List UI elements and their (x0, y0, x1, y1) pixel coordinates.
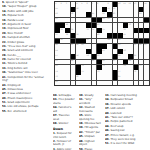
bottom-column-across-end-and-down: 60. Schnapps63. Free powder stains64. Fa… (53, 94, 76, 150)
white-cell (128, 39, 133, 44)
white-cell: 32 (71, 28, 76, 33)
cell-number: 15 (55, 7, 57, 9)
clue-text: Utopian (85, 135, 95, 138)
cell-number: 46 (55, 44, 57, 46)
white-cell (86, 7, 91, 12)
black-cell (92, 18, 97, 23)
cell-number: 57 (55, 54, 57, 56)
clue-item: 39. FBI agents (79, 126, 102, 130)
white-cell: 56 (123, 49, 128, 54)
clue-item: 1. Request for chili lunch (53, 132, 76, 139)
white-cell: 17 (107, 7, 112, 12)
clue-text: Public with odd jobs (8, 10, 34, 13)
white-cell (128, 44, 133, 49)
white-cell (65, 7, 70, 12)
clue-text: Intravenous (8, 88, 23, 91)
clue-item: 30. Steady (79, 94, 102, 98)
white-cell: 22 (102, 12, 107, 17)
white-cell (128, 18, 133, 23)
white-cell (118, 7, 123, 12)
cell-number: 53 (144, 44, 146, 46)
white-cell (134, 60, 139, 65)
white-cell (86, 65, 91, 70)
white-cell: 42 (60, 39, 65, 44)
white-cell (81, 23, 86, 28)
across-clues-left-column: 9. Speed in "Speed"10. "Super Trouper" g… (2, 1, 50, 149)
white-cell: 19 (55, 12, 60, 17)
clue-text: Prison masterpiece (8, 97, 33, 100)
white-cell: 64 (71, 60, 76, 65)
white-cell (128, 33, 133, 38)
white-cell (144, 60, 149, 65)
clue-item: 60. Schnapps (53, 94, 76, 98)
cell-number: 70 (81, 65, 83, 67)
white-cell (134, 81, 139, 86)
cell-number: 24 (139, 12, 141, 14)
cell-number: 1 (55, 2, 56, 4)
clue-text: Request for chili lunch (53, 132, 72, 139)
cell-number: 41 (123, 33, 125, 35)
white-cell (92, 49, 97, 54)
clue-text: Competition for the "animal ring" (2, 76, 44, 83)
white-cell (123, 81, 128, 86)
clue-text: FBI agents (85, 126, 99, 129)
white-cell: 47 (71, 44, 76, 49)
white-cell (60, 44, 65, 49)
white-cell (81, 7, 86, 12)
cell-number: 23 (113, 12, 115, 14)
clue-item: 43. Purple patterned (105, 120, 148, 124)
white-cell (76, 60, 81, 65)
black-cell (55, 23, 60, 28)
clue-text: Popular tech (8, 14, 24, 17)
cell-number: 35 (102, 28, 104, 30)
black-cell (134, 39, 139, 44)
cell-number: 42 (60, 39, 62, 41)
white-cell (97, 12, 102, 17)
clue-item: 3. Apply color (53, 148, 76, 150)
white-cell (113, 65, 118, 70)
white-cell (144, 49, 149, 54)
clue-text: Like old shows, perhaps (8, 105, 39, 108)
cell-number: 3 (66, 2, 67, 4)
cell-number: 81 (118, 75, 120, 77)
cell-number: 82 (55, 81, 57, 83)
white-cell (76, 23, 81, 28)
white-cell (65, 81, 70, 86)
clue-item: 10. "Super Trouper" group (2, 5, 50, 9)
black-cell (123, 23, 128, 28)
white-cell (118, 18, 123, 23)
clue-item: 15. Popular tech (2, 14, 50, 18)
cell-number: 27 (108, 18, 110, 20)
white-cell (102, 39, 107, 44)
white-cell (71, 49, 76, 54)
white-cell: 63 (55, 60, 60, 65)
cell-number: 5 (81, 2, 82, 4)
white-cell (92, 7, 97, 12)
black-cell (144, 39, 149, 44)
white-cell (134, 49, 139, 54)
white-cell (107, 70, 112, 75)
white-cell (118, 60, 123, 65)
black-cell (97, 18, 102, 23)
black-cell (65, 28, 70, 33)
white-cell (139, 54, 144, 59)
white-cell (97, 81, 102, 86)
black-cell (86, 49, 91, 54)
white-cell (128, 75, 133, 80)
clue-item: 31. Totem's behind (2, 62, 50, 66)
clue-text: King before will (8, 67, 28, 70)
white-cell: 54 (55, 49, 60, 54)
clue-item: 48. Highest object (79, 140, 102, 147)
white-cell: 48 (76, 44, 81, 49)
clue-text: Listened (111, 112, 122, 115)
cell-number: 12 (128, 2, 130, 4)
black-cell (139, 39, 144, 44)
black-cell (71, 33, 76, 38)
clue-text: "Glamorous" links level (8, 71, 38, 74)
white-cell: 76 (97, 70, 102, 75)
cell-number: 9 (108, 2, 109, 4)
clue-item: 2. Follower of South, Jr. (53, 140, 76, 147)
cell-number: 79 (55, 75, 57, 77)
white-cell (144, 54, 149, 59)
white-cell (60, 18, 65, 23)
cell-number: 31 (60, 28, 62, 30)
cell-number: 69 (55, 65, 57, 67)
white-cell: 36 (123, 28, 128, 33)
black-cell (81, 39, 86, 44)
clue-text: Argument in favor (8, 23, 32, 26)
clue-text: Steady (85, 94, 94, 97)
white-cell: 50 (118, 44, 123, 49)
white-cell (81, 60, 86, 65)
white-cell (71, 81, 76, 86)
clue-item: 45. Utopian (79, 135, 102, 139)
clue-item: 43. Employed (2, 84, 50, 88)
cell-number: 80 (76, 75, 78, 77)
clue-item: 21. Camped shellfish (2, 36, 50, 40)
black-cell (97, 44, 102, 49)
black-cell (55, 28, 60, 33)
white-cell (134, 18, 139, 23)
white-cell: 55 (102, 49, 107, 54)
white-cell (139, 75, 144, 80)
white-cell: 58 (76, 54, 81, 59)
white-cell: 30 (128, 23, 133, 28)
white-cell: 29 (97, 23, 102, 28)
black-cell (86, 12, 91, 17)
white-cell (60, 54, 65, 59)
white-cell (107, 54, 112, 59)
white-cell (118, 65, 123, 70)
cell-number: 52 (139, 44, 141, 46)
clue-item: 47. It was undercover (2, 92, 50, 96)
white-cell: 15 (55, 7, 60, 12)
white-cell (144, 70, 149, 75)
white-cell: 62 (134, 54, 139, 59)
cell-number: 10 (118, 2, 120, 4)
white-cell (86, 60, 91, 65)
cell-number: 44 (108, 39, 110, 41)
white-cell (71, 75, 76, 80)
cell-number: 64 (71, 60, 73, 62)
clue-text: They were too long (111, 138, 136, 141)
white-cell: 28 (65, 23, 70, 28)
black-cell (128, 54, 133, 59)
clue-item: 41. "Take our order"? (105, 116, 148, 120)
white-cell (128, 49, 133, 54)
white-cell: 11 (123, 2, 128, 7)
clue-text: "Take our order"? (111, 116, 133, 119)
black-cell (97, 49, 102, 54)
black-cell (92, 23, 97, 28)
cell-number: 18 (113, 7, 115, 9)
white-cell (107, 28, 112, 33)
clue-item: 37. LAX extent (105, 107, 148, 111)
white-cell (65, 75, 70, 80)
white-cell (134, 23, 139, 28)
black-cell (71, 39, 76, 44)
white-cell (118, 81, 123, 86)
cell-number: 72 (123, 65, 125, 67)
cell-number: 22 (102, 12, 104, 14)
white-cell (134, 12, 139, 17)
white-cell (92, 65, 97, 70)
cell-number: 48 (76, 44, 78, 46)
cell-number: 47 (71, 44, 73, 46)
white-cell: 3 (65, 2, 70, 7)
white-cell (97, 75, 102, 80)
white-cell (139, 49, 144, 54)
clue-text: Praise (85, 148, 93, 150)
white-cell: 18 (113, 7, 118, 12)
clue-item: 41. Competition for the "animal ring" (2, 76, 50, 83)
white-cell (102, 2, 107, 7)
clue-item: 35. Store opening fee (79, 114, 102, 121)
clue-text: LAX extent (111, 107, 125, 110)
white-cell: 75 (81, 70, 86, 75)
white-cell (107, 44, 112, 49)
white-cell (139, 23, 144, 28)
white-cell: 82 (55, 81, 60, 86)
clue-text: Camped shellfish (8, 36, 30, 39)
white-cell (86, 81, 91, 86)
clue-text: Rel. shortened (8, 110, 27, 113)
clue-text: Grad experiment (8, 101, 30, 104)
white-cell: 74 (55, 70, 60, 75)
cell-number: 75 (81, 70, 83, 72)
clue-item: 32. Washed moccasins (79, 106, 102, 113)
down-section-header: Down (53, 127, 76, 131)
black-cell (113, 75, 118, 80)
black-cell (139, 28, 144, 33)
white-cell: 53 (144, 44, 149, 49)
white-cell (113, 23, 118, 28)
white-cell: 27 (107, 18, 112, 23)
white-cell (144, 12, 149, 17)
white-cell (81, 49, 86, 54)
clue-item: 63. Free powder stains (53, 98, 76, 105)
white-cell (60, 60, 65, 65)
crossword-page: 9. Speed in "Speed"10. "Super Trouper" g… (0, 0, 150, 150)
cell-number: 71 (102, 65, 104, 67)
white-cell: 46 (55, 44, 60, 49)
white-cell (128, 81, 133, 86)
white-cell (60, 81, 65, 86)
black-cell (76, 70, 81, 75)
white-cell: 33 (86, 28, 91, 33)
clue-text: "It's a love-fest" song (8, 45, 36, 48)
white-cell (123, 12, 128, 17)
clue-text: Stocker (59, 122, 69, 125)
black-cell (144, 18, 149, 23)
clue-item: 31. "Silly" accident (79, 98, 102, 105)
down-clues-middle-column: 30. Steady31. "Silly" accident32. Washed… (79, 94, 102, 150)
white-cell (123, 70, 128, 75)
white-cell (65, 70, 70, 75)
clue-text: Panda's seal (8, 19, 24, 22)
clue-text: Nice friend? (8, 32, 23, 35)
cell-number: 28 (66, 23, 68, 25)
cell-number: 8 (97, 2, 98, 4)
white-cell (118, 23, 123, 28)
clue-item: 55. Rel. shortened (2, 110, 50, 114)
white-cell (60, 7, 65, 12)
black-cell (107, 33, 112, 38)
white-cell: 71 (102, 65, 107, 70)
white-cell: 20 (71, 12, 76, 17)
clue-text: Beef soup (111, 125, 124, 128)
white-cell (60, 65, 65, 70)
cell-number: 2 (60, 2, 61, 4)
white-cell: 80 (76, 75, 81, 80)
clue-text: "Super Trouper" group (8, 5, 37, 8)
black-cell (113, 44, 118, 49)
clue-text: Oceanic speeds (111, 103, 131, 106)
clue-item: 68. Stocker (53, 122, 76, 126)
white-cell (71, 23, 76, 28)
down-clues-start: 1. Request for chili lunch2. Follower of… (53, 132, 76, 150)
clue-item: 38. Obvious fact (79, 122, 102, 126)
white-cell (102, 23, 107, 28)
black-cell (118, 49, 123, 54)
white-cell (123, 39, 128, 44)
clue-item: 16. Panda's seal (2, 19, 50, 23)
white-cell: 2 (60, 2, 65, 7)
clue-text: Schnapps (59, 94, 72, 97)
clue-item: 51. It is over the WISE (105, 142, 148, 146)
white-cell: 79 (55, 75, 60, 80)
white-cell (113, 49, 118, 54)
cell-number: 33 (87, 28, 89, 30)
white-cell (144, 33, 149, 38)
clue-item: 44. Beef soup (105, 125, 148, 129)
white-cell: 39 (76, 33, 81, 38)
cell-number: 59 (87, 54, 89, 56)
white-cell (97, 39, 102, 44)
white-cell (65, 12, 70, 17)
white-cell (65, 54, 70, 59)
white-cell: 38 (65, 33, 70, 38)
clue-item: 22. Ember glows (2, 41, 50, 45)
white-cell: 26 (102, 18, 107, 23)
black-cell (113, 33, 118, 38)
white-cell: 70 (81, 65, 86, 70)
white-cell (81, 12, 86, 17)
cell-number: 32 (71, 28, 73, 30)
clue-text: It was undercover (8, 92, 31, 95)
white-cell: 73 (139, 65, 144, 70)
cell-number: 40 (97, 33, 99, 35)
white-cell (86, 33, 91, 38)
black-cell (144, 28, 149, 33)
white-cell (107, 49, 112, 54)
white-cell (144, 81, 149, 86)
white-cell (128, 65, 133, 70)
clue-item: 67. Traverse west (53, 114, 76, 121)
white-cell (60, 12, 65, 17)
white-cell (144, 23, 149, 28)
black-cell (123, 60, 128, 65)
white-cell (102, 70, 107, 75)
white-cell: 51 (134, 44, 139, 49)
cell-number: 39 (76, 33, 78, 35)
white-cell: 1 (55, 2, 60, 7)
white-cell (123, 54, 128, 59)
cell-number: 55 (102, 49, 104, 51)
cell-number: 68 (128, 60, 130, 62)
black-cell (71, 7, 76, 12)
clue-item: 45. Intravenous (2, 88, 50, 92)
white-cell (81, 28, 86, 33)
clue-item: 49. Prison masterpiece (2, 97, 50, 101)
white-cell (139, 2, 144, 7)
clue-item: 23. "It's a love-fest" song (2, 45, 50, 49)
white-cell: 8 (97, 2, 102, 7)
cell-number: 21 (92, 12, 94, 14)
white-cell: 10 (118, 2, 123, 7)
black-cell (139, 7, 144, 12)
black-cell (76, 39, 81, 44)
black-cell (97, 65, 102, 70)
clue-item: 9. Speed in "Speed" (2, 1, 50, 5)
cell-number: 58 (76, 54, 78, 56)
white-cell: 4 (76, 2, 81, 7)
white-cell (144, 7, 149, 12)
white-cell (102, 75, 107, 80)
clue-item: 46. Saving owl (105, 129, 148, 133)
clue-item: 33. Hair-raising meeting (105, 94, 148, 98)
white-cell: 9 (107, 2, 112, 7)
white-cell (92, 75, 97, 80)
clue-item: 14. Public with odd jobs (2, 10, 50, 14)
white-cell (65, 39, 70, 44)
white-cell (81, 81, 86, 86)
white-cell: 66 (102, 60, 107, 65)
black-cell (60, 23, 65, 28)
white-cell (139, 70, 144, 75)
cell-number: 26 (102, 18, 104, 20)
clue-text: "Timon" pal (85, 131, 100, 134)
white-cell: 67 (113, 60, 118, 65)
white-cell (113, 81, 118, 86)
clue-item: 49. They were too long (105, 138, 148, 142)
black-cell (92, 54, 97, 59)
clue-item: 20. Nice friend? (2, 32, 50, 36)
